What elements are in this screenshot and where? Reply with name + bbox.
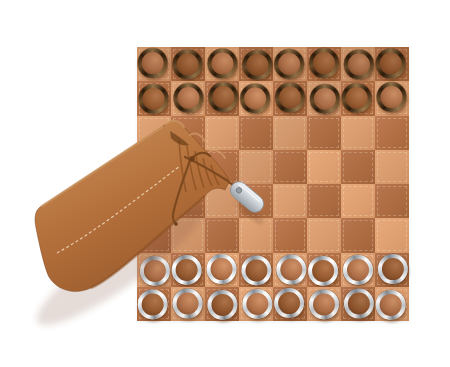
silver-ring-piece[interactable] (309, 289, 339, 319)
silver-ring-piece[interactable] (207, 290, 237, 320)
board-square[interactable] (307, 253, 341, 287)
board-square[interactable] (341, 47, 375, 81)
board-square[interactable] (273, 116, 307, 150)
board-square[interactable] (273, 287, 307, 321)
bronze-ring-piece[interactable] (173, 83, 203, 113)
silver-ring-piece[interactable] (343, 255, 373, 285)
board-square[interactable] (375, 253, 409, 287)
board-square[interactable] (273, 150, 307, 184)
board-square[interactable] (341, 150, 375, 184)
silver-ring-piece[interactable] (241, 255, 271, 285)
board-square[interactable] (171, 184, 205, 218)
board-square[interactable] (307, 184, 341, 218)
board-square[interactable] (205, 81, 239, 115)
board-square[interactable] (375, 150, 409, 184)
silver-ring-piece[interactable] (376, 290, 406, 320)
silver-ring-piece[interactable] (344, 288, 374, 318)
silver-ring-piece[interactable] (276, 254, 306, 284)
silver-ring-piece[interactable] (308, 256, 338, 286)
board-square[interactable] (307, 81, 341, 115)
board-square[interactable] (205, 47, 239, 81)
bronze-ring-piece[interactable] (138, 48, 168, 78)
board-square[interactable] (205, 287, 239, 321)
board-square[interactable] (341, 116, 375, 150)
board-square[interactable] (273, 81, 307, 115)
board-square[interactable] (137, 150, 171, 184)
bronze-ring-piece[interactable] (377, 82, 407, 112)
bronze-ring-piece[interactable] (376, 49, 406, 79)
board-square[interactable] (375, 116, 409, 150)
bronze-ring-piece[interactable] (275, 83, 305, 113)
bronze-ring-piece[interactable] (240, 84, 270, 114)
bronze-ring-piece[interactable] (208, 82, 238, 112)
board-square[interactable] (137, 47, 171, 81)
silver-ring-piece[interactable] (172, 255, 202, 285)
board-square[interactable] (239, 150, 273, 184)
board-square[interactable] (171, 150, 205, 184)
board-square[interactable] (307, 218, 341, 252)
board-square[interactable] (307, 47, 341, 81)
board-square[interactable] (239, 184, 273, 218)
bronze-ring-piece[interactable] (207, 49, 237, 79)
board-square[interactable] (137, 116, 171, 150)
board-square[interactable] (171, 81, 205, 115)
bronze-ring-piece[interactable] (342, 83, 372, 113)
board-square[interactable] (239, 218, 273, 252)
board-square[interactable] (137, 253, 171, 287)
board-square[interactable] (171, 218, 205, 252)
bronze-ring-piece[interactable] (139, 84, 169, 114)
board-square[interactable] (307, 116, 341, 150)
board-square[interactable] (137, 287, 171, 321)
board-square[interactable] (375, 218, 409, 252)
board-square[interactable] (171, 253, 205, 287)
board-square[interactable] (239, 287, 273, 321)
chess-board (137, 47, 409, 321)
board-square[interactable] (171, 47, 205, 81)
board-square[interactable] (273, 253, 307, 287)
board-square[interactable] (137, 184, 171, 218)
board-square[interactable] (375, 184, 409, 218)
board-square[interactable] (239, 81, 273, 115)
board-square[interactable] (137, 81, 171, 115)
board-square[interactable] (341, 218, 375, 252)
board-square[interactable] (273, 47, 307, 81)
product-photo-stage (0, 0, 450, 367)
bronze-ring-piece[interactable] (274, 49, 304, 79)
board-square[interactable] (341, 253, 375, 287)
silver-ring-piece[interactable] (138, 289, 168, 319)
bronze-ring-piece[interactable] (310, 84, 340, 114)
board-square[interactable] (341, 81, 375, 115)
board-square[interactable] (171, 116, 205, 150)
board-square[interactable] (239, 116, 273, 150)
board-square[interactable] (375, 287, 409, 321)
bronze-ring-piece[interactable] (309, 48, 339, 78)
bronze-ring-piece[interactable] (173, 50, 203, 80)
board-square[interactable] (205, 150, 239, 184)
board-square[interactable] (273, 218, 307, 252)
silver-ring-piece[interactable] (173, 288, 203, 318)
board-square[interactable] (375, 47, 409, 81)
silver-ring-piece[interactable] (140, 256, 170, 286)
board-square[interactable] (171, 287, 205, 321)
silver-ring-piece[interactable] (274, 288, 304, 318)
board-square[interactable] (375, 81, 409, 115)
board-square[interactable] (341, 287, 375, 321)
board-square[interactable] (205, 253, 239, 287)
bronze-ring-piece[interactable] (344, 50, 374, 80)
board-square[interactable] (205, 184, 239, 218)
board-square[interactable] (205, 116, 239, 150)
board-square[interactable] (307, 150, 341, 184)
silver-ring-piece[interactable] (242, 289, 272, 319)
silver-ring-piece[interactable] (207, 254, 237, 284)
board-square[interactable] (239, 253, 273, 287)
board-square[interactable] (273, 184, 307, 218)
board-square[interactable] (307, 287, 341, 321)
silver-ring-piece[interactable] (378, 254, 408, 284)
board-square[interactable] (205, 218, 239, 252)
board-square[interactable] (239, 47, 273, 81)
board-square[interactable] (137, 218, 171, 252)
board-square[interactable] (341, 184, 375, 218)
bronze-ring-piece[interactable] (242, 50, 272, 80)
